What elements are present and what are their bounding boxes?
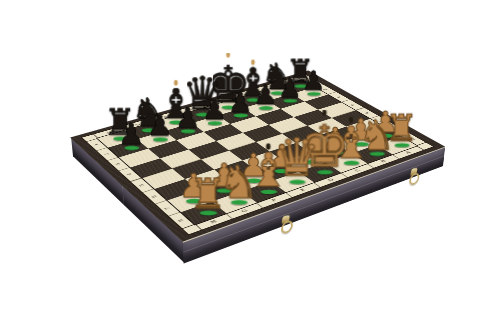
coord-label-text: 4 <box>349 104 356 107</box>
coord-label-text: 2 <box>104 152 112 155</box>
coord-label-text: 1 <box>93 143 101 146</box>
felt-base <box>394 143 409 147</box>
coord-label-text: D <box>326 178 335 183</box>
coord-label-3-left: 3 <box>108 157 131 171</box>
coord-label-text: 7 <box>164 206 173 210</box>
coord-label-text: 4 <box>126 172 134 176</box>
border-corner-block <box>183 225 201 235</box>
scene: HGFEDCBAHGFEDCBA1234567812345678 ♜♞♝♛♚♝♞… <box>0 0 500 319</box>
chess-set-photo: HGFEDCBAHGFEDCBA1234567812345678 ♜♞♝♛♚♝♞… <box>0 0 500 319</box>
black-pawn-glyph: ♟ <box>147 113 173 141</box>
piece-black-pawn[interactable]: ♟ <box>144 107 176 142</box>
chess-board: HGFEDCBAHGFEDCBA1234567812345678 ♜♞♝♛♚♝♞… <box>70 70 445 241</box>
coord-label-6-left: 6 <box>143 189 168 204</box>
coord-label-text: 5 <box>138 183 147 187</box>
felt-base <box>124 146 139 150</box>
coord-label-text: 1 <box>309 81 316 83</box>
coord-label-text: G <box>240 208 249 213</box>
coord-label-text: 3 <box>115 162 123 165</box>
piece-black-pawn[interactable]: ♟ <box>115 114 148 150</box>
coord-label-text: 3 <box>335 96 342 99</box>
white-rook-glyph: ♜ <box>189 175 226 214</box>
coord-label-text: A <box>404 150 413 154</box>
coord-label-text: C <box>353 168 362 172</box>
piece-white-rook[interactable]: ♜ <box>190 167 227 215</box>
coord-label-text: F <box>270 198 278 203</box>
felt-base <box>260 190 277 194</box>
coord-label-text: 6 <box>151 194 160 198</box>
square-g3[interactable] <box>148 140 188 158</box>
felt-base <box>199 211 216 216</box>
coord-label-text: 2 <box>322 88 329 91</box>
coord-label-text: E <box>299 187 307 192</box>
coord-label-text: 8 <box>177 218 186 222</box>
clasp-icon <box>279 213 292 233</box>
coord-label-4-left: 4 <box>119 167 142 181</box>
felt-base <box>369 152 384 156</box>
clasp-icon <box>408 166 420 184</box>
coord-label-text: H <box>209 219 218 224</box>
black-pawn-glyph: ♟ <box>118 121 144 149</box>
coord-label-text: B <box>379 159 387 163</box>
felt-base <box>153 138 168 142</box>
felt-base <box>230 200 247 205</box>
felt-base <box>289 180 305 184</box>
square-h3[interactable] <box>119 149 160 168</box>
border-corner-block <box>417 143 433 150</box>
